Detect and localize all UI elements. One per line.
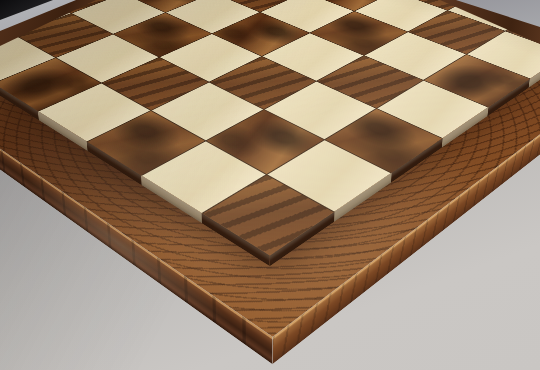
chess-board [0, 0, 540, 337]
chessboard-photo [0, 0, 540, 370]
